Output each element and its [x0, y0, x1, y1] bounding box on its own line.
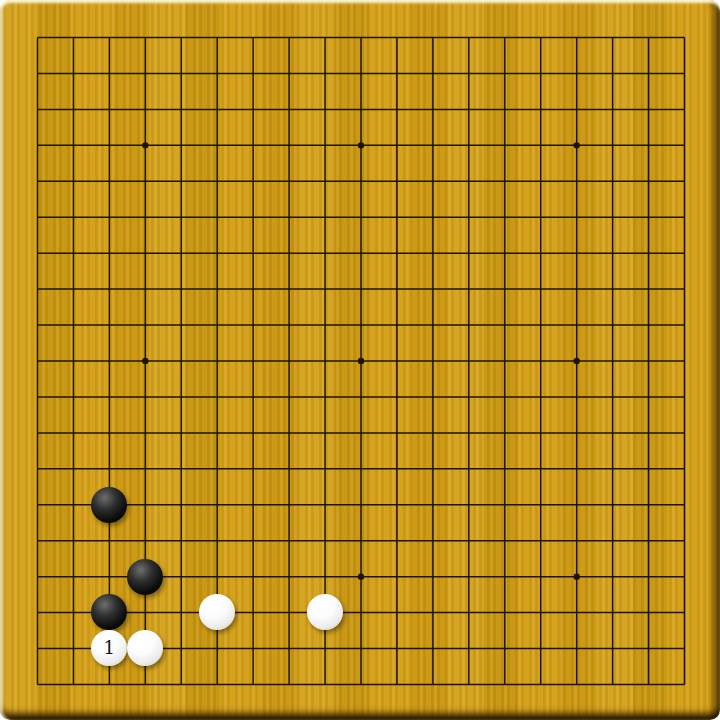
white-stone	[307, 594, 343, 630]
go-board[interactable]: 1	[0, 0, 720, 720]
black-stone	[91, 594, 127, 630]
board-grid[interactable]: 1	[20, 20, 703, 703]
white-stone	[199, 594, 235, 630]
black-stone	[91, 487, 127, 523]
go-diagram: 1	[0, 0, 720, 720]
white-stone	[127, 630, 163, 666]
black-stone	[127, 559, 163, 595]
white-stone: 1	[91, 630, 127, 666]
move-number-label: 1	[104, 639, 115, 657]
